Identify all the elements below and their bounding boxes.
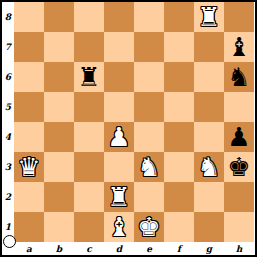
square-h2[interactable] (224, 182, 254, 212)
rank-label-4: 4 (2, 122, 14, 152)
piece-white-rook[interactable]: ♜ (197, 2, 220, 32)
square-h6[interactable]: ♞ (224, 62, 254, 92)
square-e8[interactable] (134, 2, 164, 32)
file-label-a: a (14, 242, 44, 255)
square-g7[interactable] (194, 32, 224, 62)
square-d5[interactable] (104, 92, 134, 122)
square-b4[interactable] (44, 122, 74, 152)
square-b8[interactable] (44, 2, 74, 32)
square-c3[interactable] (74, 152, 104, 182)
piece-black-rook[interactable]: ♜ (77, 62, 100, 92)
file-label-d: d (104, 242, 134, 255)
square-f4[interactable] (164, 122, 194, 152)
file-label-e: e (134, 242, 164, 255)
square-f1[interactable] (164, 212, 194, 242)
square-g1[interactable] (194, 212, 224, 242)
square-a7[interactable] (14, 32, 44, 62)
square-a2[interactable] (14, 182, 44, 212)
square-d4[interactable]: ♟ (104, 122, 134, 152)
square-f2[interactable] (164, 182, 194, 212)
rank-labels: 87654321 (2, 2, 14, 242)
square-g5[interactable] (194, 92, 224, 122)
square-g3[interactable]: ♞ (194, 152, 224, 182)
square-f5[interactable] (164, 92, 194, 122)
square-e3[interactable]: ♞ (134, 152, 164, 182)
piece-white-rook[interactable]: ♜ (107, 182, 130, 212)
piece-white-knight[interactable]: ♞ (137, 152, 160, 182)
square-e6[interactable] (134, 62, 164, 92)
square-d7[interactable] (104, 32, 134, 62)
piece-white-king[interactable]: ♚ (137, 212, 160, 242)
square-e7[interactable] (134, 32, 164, 62)
square-b5[interactable] (44, 92, 74, 122)
square-d3[interactable] (104, 152, 134, 182)
rank-label-6: 6 (2, 62, 14, 92)
square-g6[interactable] (194, 62, 224, 92)
chess-diagram: 87654321 ♜♝♜♞♟♟♛♞♞♚♜♝♚ abcdefgh (0, 0, 257, 257)
piece-white-pawn[interactable]: ♟ (107, 122, 130, 152)
file-label-c: c (74, 242, 104, 255)
piece-black-bishop[interactable]: ♝ (227, 32, 250, 62)
square-h4[interactable]: ♟ (224, 122, 254, 152)
file-label-b: b (44, 242, 74, 255)
piece-black-king[interactable]: ♚ (227, 152, 250, 182)
square-f8[interactable] (164, 2, 194, 32)
square-e1[interactable]: ♚ (134, 212, 164, 242)
square-e2[interactable] (134, 182, 164, 212)
square-d2[interactable]: ♜ (104, 182, 134, 212)
piece-black-pawn[interactable]: ♟ (227, 122, 250, 152)
square-c4[interactable] (74, 122, 104, 152)
piece-white-queen[interactable]: ♛ (17, 152, 40, 182)
square-b3[interactable] (44, 152, 74, 182)
square-b7[interactable] (44, 32, 74, 62)
square-b1[interactable] (44, 212, 74, 242)
square-b6[interactable] (44, 62, 74, 92)
file-labels: abcdefgh (14, 242, 254, 255)
square-g8[interactable]: ♜ (194, 2, 224, 32)
square-h5[interactable] (224, 92, 254, 122)
square-a4[interactable] (14, 122, 44, 152)
square-f6[interactable] (164, 62, 194, 92)
piece-black-knight[interactable]: ♞ (227, 62, 250, 92)
square-h7[interactable]: ♝ (224, 32, 254, 62)
square-a8[interactable] (14, 2, 44, 32)
chess-board[interactable]: ♜♝♜♞♟♟♛♞♞♚♜♝♚ (14, 2, 254, 242)
square-e5[interactable] (134, 92, 164, 122)
square-h8[interactable] (224, 2, 254, 32)
white-to-move-indicator (3, 235, 16, 248)
square-h3[interactable]: ♚ (224, 152, 254, 182)
rank-label-3: 3 (2, 152, 14, 182)
square-c7[interactable] (74, 32, 104, 62)
square-d8[interactable] (104, 2, 134, 32)
file-label-f: f (164, 242, 194, 255)
square-g2[interactable] (194, 182, 224, 212)
square-a1[interactable] (14, 212, 44, 242)
square-b2[interactable] (44, 182, 74, 212)
square-c5[interactable] (74, 92, 104, 122)
square-c8[interactable] (74, 2, 104, 32)
file-label-g: g (194, 242, 224, 255)
piece-white-bishop[interactable]: ♝ (107, 212, 130, 242)
square-d1[interactable]: ♝ (104, 212, 134, 242)
rank-label-2: 2 (2, 182, 14, 212)
square-a3[interactable]: ♛ (14, 152, 44, 182)
square-f3[interactable] (164, 152, 194, 182)
square-a5[interactable] (14, 92, 44, 122)
square-d6[interactable] (104, 62, 134, 92)
piece-white-knight[interactable]: ♞ (197, 152, 220, 182)
square-g4[interactable] (194, 122, 224, 152)
rank-label-5: 5 (2, 92, 14, 122)
square-h1[interactable] (224, 212, 254, 242)
square-c6[interactable]: ♜ (74, 62, 104, 92)
file-label-h: h (224, 242, 254, 255)
square-c1[interactable] (74, 212, 104, 242)
square-f7[interactable] (164, 32, 194, 62)
rank-label-8: 8 (2, 2, 14, 32)
rank-label-7: 7 (2, 32, 14, 62)
square-c2[interactable] (74, 182, 104, 212)
square-a6[interactable] (14, 62, 44, 92)
square-e4[interactable] (134, 122, 164, 152)
